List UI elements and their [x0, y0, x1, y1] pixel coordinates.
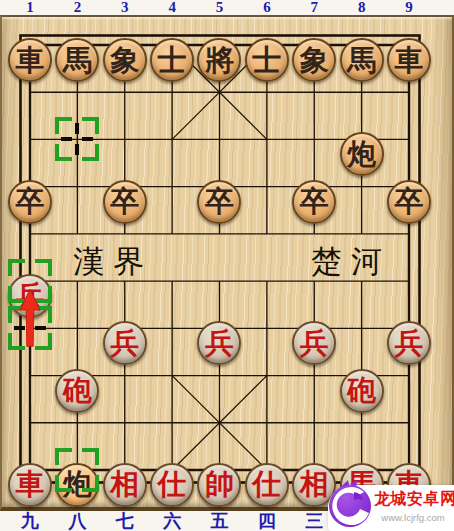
board-cell-5-7[interactable]: 兵	[196, 320, 243, 367]
board-cell-2-2[interactable]	[54, 84, 101, 131]
file-label-top-2: 2	[57, 0, 97, 16]
board-cell-9-9[interactable]	[385, 414, 432, 461]
board-cell-3-7[interactable]: 兵	[101, 320, 148, 367]
file-label-bottom-2: 八	[57, 509, 97, 531]
board-cell-3-10[interactable]: 相	[101, 461, 148, 508]
piece-black-chariot[interactable]: 車	[8, 38, 52, 82]
board-cell-7-8[interactable]	[291, 367, 338, 414]
river-label-hanjie: 漢界	[73, 241, 153, 283]
board-cell-4-2[interactable]	[148, 84, 195, 131]
file-label-bottom-1: 九	[10, 509, 50, 531]
watermark-url: www.lcjrfg.com	[374, 512, 452, 523]
piece-black-elephant[interactable]: 象	[103, 38, 147, 82]
piece-red-soldier[interactable]: 兵	[292, 321, 336, 365]
board-cell-8-9[interactable]	[338, 414, 385, 461]
watermark-site-name: 龙城安卓网	[374, 489, 452, 510]
board-cell-5-5[interactable]	[196, 225, 243, 272]
piece-red-general[interactable]: 帥	[197, 463, 241, 507]
board-cell-1-9[interactable]	[6, 414, 53, 461]
board-cell-1-2[interactable]	[6, 84, 53, 131]
file-label-top-7: 7	[294, 0, 334, 16]
file-label-bottom-5: 五	[200, 509, 240, 531]
board-cell-8-1[interactable]: 馬	[338, 36, 385, 83]
board-cell-1-8[interactable]	[6, 367, 53, 414]
board-cell-8-4[interactable]	[338, 178, 385, 225]
board-cell-6-2[interactable]	[243, 84, 290, 131]
file-label-bottom-3: 七	[105, 509, 145, 531]
board-cell-7-3[interactable]	[291, 131, 338, 178]
board-cell-4-4[interactable]	[148, 178, 195, 225]
board-cell-5-3[interactable]	[196, 131, 243, 178]
board-cell-1-10[interactable]: 車	[6, 461, 53, 508]
river-label-chuhe: 楚河	[311, 241, 391, 283]
file-label-top-5: 5	[200, 0, 240, 16]
board-cell-6-8[interactable]	[243, 367, 290, 414]
board-cell-1-5[interactable]	[6, 225, 53, 272]
piece-red-soldier[interactable]: 兵	[387, 321, 431, 365]
piece-red-soldier[interactable]: 兵	[103, 321, 147, 365]
board-cell-3-1[interactable]: 象	[101, 36, 148, 83]
piece-black-advisor[interactable]: 士	[150, 38, 194, 82]
board-cell-9-5[interactable]	[385, 225, 432, 272]
file-label-bottom-4: 六	[152, 509, 192, 531]
file-label-top-3: 3	[105, 0, 145, 16]
board-cell-5-1[interactable]: 將	[196, 36, 243, 83]
board-cell-9-2[interactable]	[385, 84, 432, 131]
board-cell-6-10[interactable]: 仕	[243, 461, 290, 508]
board-cell-5-4[interactable]: 卒	[196, 178, 243, 225]
piece-black-soldier[interactable]: 卒	[8, 180, 52, 224]
piece-black-chariot[interactable]: 車	[387, 38, 431, 82]
piece-black-cannon[interactable]: 炮	[340, 132, 384, 176]
board-cell-8-3[interactable]: 炮	[338, 131, 385, 178]
board-cell-5-9[interactable]	[196, 414, 243, 461]
board-cell-4-3[interactable]	[148, 131, 195, 178]
board-cell-2-9[interactable]	[54, 414, 101, 461]
piece-red-chariot[interactable]: 車	[8, 463, 52, 507]
piece-red-soldier[interactable]: 兵	[197, 321, 241, 365]
board-cell-9-6[interactable]	[385, 272, 432, 319]
file-label-bottom-6: 四	[247, 509, 287, 531]
board-cell-9-4[interactable]: 卒	[385, 178, 432, 225]
board-cell-6-5[interactable]	[243, 225, 290, 272]
board-cell-6-4[interactable]	[243, 178, 290, 225]
board-cell-4-6[interactable]	[148, 272, 195, 319]
board-cell-5-10[interactable]: 帥	[196, 461, 243, 508]
board-cell-1-3[interactable]	[6, 131, 53, 178]
board-cell-4-9[interactable]	[148, 414, 195, 461]
board-cell-1-6[interactable]: 兵	[6, 272, 53, 319]
piece-black-soldier[interactable]: 卒	[103, 180, 147, 224]
board-cell-2-10[interactable]: 炮	[54, 461, 101, 508]
file-label-top-9: 9	[389, 0, 429, 16]
board-cell-8-7[interactable]	[338, 320, 385, 367]
board-cell-9-7[interactable]: 兵	[385, 320, 432, 367]
piece-black-advisor[interactable]: 士	[245, 38, 289, 82]
file-label-top-8: 8	[342, 0, 382, 16]
piece-black-horse[interactable]: 馬	[55, 38, 99, 82]
board-cell-6-3[interactable]	[243, 131, 290, 178]
board-cell-8-8[interactable]: 砲	[338, 367, 385, 414]
board-cell-7-9[interactable]	[291, 414, 338, 461]
board-cell-4-10[interactable]: 仕	[148, 461, 195, 508]
piece-black-horse[interactable]: 馬	[340, 38, 384, 82]
piece-black-cannon[interactable]: 炮	[55, 463, 99, 507]
board-cell-2-7[interactable]	[54, 320, 101, 367]
piece-black-general[interactable]: 將	[197, 38, 241, 82]
board-cell-5-2[interactable]	[196, 84, 243, 131]
piece-red-elephant[interactable]: 相	[103, 463, 147, 507]
board-cell-1-4[interactable]: 卒	[6, 178, 53, 225]
board-cell-4-5[interactable]	[148, 225, 195, 272]
board-cell-3-9[interactable]	[101, 414, 148, 461]
file-label-top-1: 1	[10, 0, 50, 16]
board-cell-1-1[interactable]: 車	[6, 36, 53, 83]
board-cell-7-4[interactable]: 卒	[291, 178, 338, 225]
file-labels-top: 123456789	[0, 0, 454, 15]
piece-black-soldier[interactable]: 卒	[197, 180, 241, 224]
board-cell-5-8[interactable]	[196, 367, 243, 414]
board-cell-2-1[interactable]: 馬	[54, 36, 101, 83]
board-cell-4-8[interactable]	[148, 367, 195, 414]
board-cell-2-3[interactable]	[54, 131, 101, 178]
board-cell-3-8[interactable]	[101, 367, 148, 414]
piece-red-advisor[interactable]: 仕	[150, 463, 194, 507]
board-cell-7-2[interactable]	[291, 84, 338, 131]
board-cell-3-2[interactable]	[101, 84, 148, 131]
board-cell-9-8[interactable]	[385, 367, 432, 414]
piece-red-cannon[interactable]: 砲	[55, 369, 99, 413]
board-cell-6-9[interactable]	[243, 414, 290, 461]
piece-black-soldier[interactable]: 卒	[387, 180, 431, 224]
board-cell-1-7[interactable]	[6, 320, 53, 367]
piece-red-soldier[interactable]: 兵	[8, 274, 52, 318]
board-cell-3-3[interactable]	[101, 131, 148, 178]
file-label-top-4: 4	[152, 0, 192, 16]
board-cell-6-6[interactable]	[243, 272, 290, 319]
board-cell-7-1[interactable]: 象	[291, 36, 338, 83]
board-cell-7-7[interactable]: 兵	[291, 320, 338, 367]
piece-black-elephant[interactable]: 象	[292, 38, 336, 82]
board-cell-4-7[interactable]	[148, 320, 195, 367]
board-cell-2-8[interactable]: 砲	[54, 367, 101, 414]
board-cell-9-3[interactable]	[385, 131, 432, 178]
piece-black-soldier[interactable]: 卒	[292, 180, 336, 224]
board-cell-3-4[interactable]: 卒	[101, 178, 148, 225]
board-cell-2-4[interactable]	[54, 178, 101, 225]
xiangqi-app: 123456789 漢界 楚河 車馬象士將士象馬車炮卒卒卒卒卒兵兵兵兵兵砲砲車炮…	[0, 0, 454, 531]
board-cell-6-7[interactable]	[243, 320, 290, 367]
board-cell-4-1[interactable]: 士	[148, 36, 195, 83]
board-cell-6-1[interactable]: 士	[243, 36, 290, 83]
board-cell-8-2[interactable]	[338, 84, 385, 131]
dragon-logo-icon	[324, 478, 376, 530]
piece-red-advisor[interactable]: 仕	[245, 463, 289, 507]
piece-red-cannon[interactable]: 砲	[340, 369, 384, 413]
watermark-badge: 龙城安卓网 www.lcjrfg.com	[328, 485, 454, 531]
file-label-top-6: 6	[247, 0, 287, 16]
board-cell-9-1[interactable]: 車	[385, 36, 432, 83]
board-cell-5-6[interactable]	[196, 272, 243, 319]
